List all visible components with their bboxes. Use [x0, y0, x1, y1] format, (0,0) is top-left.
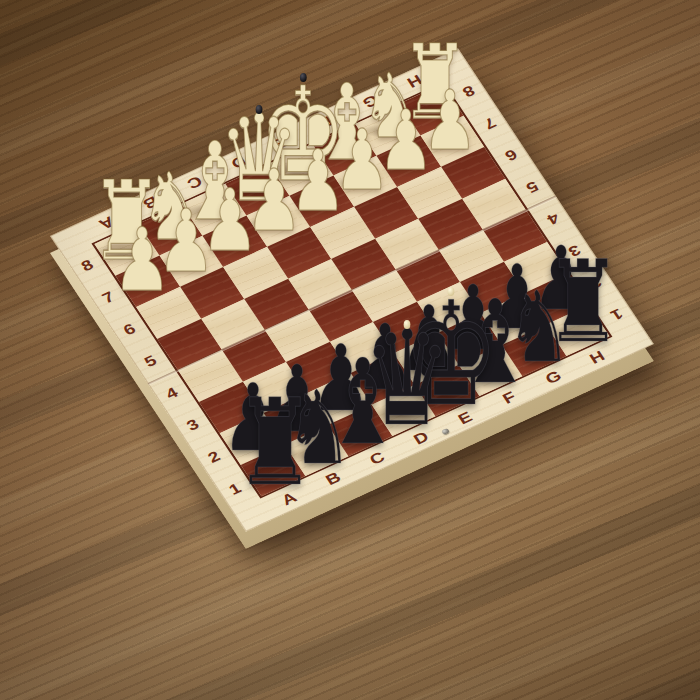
- product-photo-scene: ABCDEFGH ABCDEFGH 87654321 87654321 ♜♞♝♛…: [0, 0, 700, 700]
- finial-ball-icon: [300, 73, 307, 82]
- finial-ball-icon: [447, 287, 454, 296]
- pieces-layer: ♜♞♝♛♚♝♞♜♟♟♟♟♟♟♟♟♟♟♟♟♟♟♟♟♜♞♝♛♚♝♞♜: [0, 0, 700, 700]
- finial-ball-icon: [403, 320, 410, 329]
- finial-ball-icon: [256, 105, 263, 114]
- piece-white-pawn[interactable]: ♟: [113, 217, 172, 304]
- piece-black-rook[interactable]: ♜: [235, 383, 315, 503]
